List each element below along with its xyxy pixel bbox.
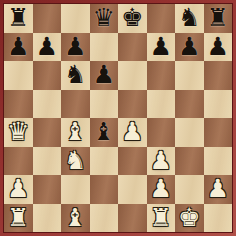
square-c4[interactable]: ♝ — [61, 118, 90, 147]
square-h4[interactable] — [204, 118, 233, 147]
piece-white-rook[interactable]: ♜ — [150, 204, 172, 232]
square-h7[interactable]: ♟ — [204, 33, 233, 62]
square-a5[interactable] — [4, 90, 33, 119]
square-f1[interactable]: ♜ — [147, 204, 176, 233]
square-f4[interactable] — [147, 118, 176, 147]
square-h1[interactable] — [204, 204, 233, 233]
piece-black-pawn[interactable]: ♟ — [207, 33, 229, 61]
square-d2[interactable] — [90, 175, 119, 204]
square-c3[interactable]: ♞ — [61, 147, 90, 176]
piece-white-pawn[interactable]: ♟ — [121, 118, 143, 146]
piece-black-pawn[interactable]: ♟ — [64, 33, 86, 61]
square-a4[interactable]: ♛ — [4, 118, 33, 147]
square-g4[interactable] — [175, 118, 204, 147]
square-b7[interactable]: ♟ — [33, 33, 62, 62]
piece-white-knight[interactable]: ♞ — [64, 147, 86, 175]
square-g7[interactable]: ♟ — [175, 33, 204, 62]
piece-black-queen[interactable]: ♛ — [93, 4, 115, 32]
square-g5[interactable] — [175, 90, 204, 119]
square-a8[interactable]: ♜ — [4, 4, 33, 33]
piece-white-rook[interactable]: ♜ — [7, 204, 29, 232]
square-f6[interactable] — [147, 61, 176, 90]
square-a2[interactable]: ♟ — [4, 175, 33, 204]
square-d3[interactable] — [90, 147, 119, 176]
piece-white-pawn[interactable]: ♟ — [207, 175, 229, 203]
square-c1[interactable]: ♝ — [61, 204, 90, 233]
square-a3[interactable] — [4, 147, 33, 176]
square-h3[interactable] — [204, 147, 233, 176]
piece-black-bishop[interactable]: ♝ — [93, 118, 115, 146]
square-f5[interactable] — [147, 90, 176, 119]
chess-board: ♜♛♚♞♜♟♟♟♟♟♟♞♟♛♝♝♟♞♟♟♟♟♜♝♜♚ — [4, 4, 232, 232]
square-b8[interactable] — [33, 4, 62, 33]
piece-black-knight[interactable]: ♞ — [64, 61, 86, 89]
square-g3[interactable] — [175, 147, 204, 176]
square-e3[interactable] — [118, 147, 147, 176]
square-g2[interactable] — [175, 175, 204, 204]
square-e6[interactable] — [118, 61, 147, 90]
piece-black-rook[interactable]: ♜ — [207, 4, 229, 32]
square-g8[interactable]: ♞ — [175, 4, 204, 33]
piece-black-pawn[interactable]: ♟ — [7, 33, 29, 61]
square-d7[interactable] — [90, 33, 119, 62]
square-f7[interactable]: ♟ — [147, 33, 176, 62]
square-d5[interactable] — [90, 90, 119, 119]
square-e1[interactable] — [118, 204, 147, 233]
square-e7[interactable] — [118, 33, 147, 62]
square-e4[interactable]: ♟ — [118, 118, 147, 147]
piece-black-knight[interactable]: ♞ — [178, 4, 200, 32]
square-b1[interactable] — [33, 204, 62, 233]
square-b3[interactable] — [33, 147, 62, 176]
square-c5[interactable] — [61, 90, 90, 119]
piece-white-pawn[interactable]: ♟ — [7, 175, 29, 203]
square-f8[interactable] — [147, 4, 176, 33]
square-c7[interactable]: ♟ — [61, 33, 90, 62]
square-d6[interactable]: ♟ — [90, 61, 119, 90]
square-c2[interactable] — [61, 175, 90, 204]
piece-white-queen[interactable]: ♛ — [7, 118, 29, 146]
square-c8[interactable] — [61, 4, 90, 33]
square-d8[interactable]: ♛ — [90, 4, 119, 33]
square-h8[interactable]: ♜ — [204, 4, 233, 33]
square-d4[interactable]: ♝ — [90, 118, 119, 147]
square-b4[interactable] — [33, 118, 62, 147]
square-e5[interactable] — [118, 90, 147, 119]
piece-black-pawn[interactable]: ♟ — [93, 61, 115, 89]
board-frame: ♜♛♚♞♜♟♟♟♟♟♟♞♟♛♝♝♟♞♟♟♟♟♜♝♜♚ — [0, 0, 236, 236]
piece-black-pawn[interactable]: ♟ — [178, 33, 200, 61]
piece-black-king[interactable]: ♚ — [121, 4, 143, 32]
square-g6[interactable] — [175, 61, 204, 90]
square-f3[interactable]: ♟ — [147, 147, 176, 176]
square-a6[interactable] — [4, 61, 33, 90]
square-h2[interactable]: ♟ — [204, 175, 233, 204]
square-b5[interactable] — [33, 90, 62, 119]
piece-white-pawn[interactable]: ♟ — [150, 147, 172, 175]
square-b6[interactable] — [33, 61, 62, 90]
square-h6[interactable] — [204, 61, 233, 90]
piece-white-pawn[interactable]: ♟ — [150, 175, 172, 203]
square-h5[interactable] — [204, 90, 233, 119]
square-a1[interactable]: ♜ — [4, 204, 33, 233]
piece-black-pawn[interactable]: ♟ — [150, 33, 172, 61]
square-b2[interactable] — [33, 175, 62, 204]
piece-white-bishop[interactable]: ♝ — [64, 118, 86, 146]
square-a7[interactable]: ♟ — [4, 33, 33, 62]
piece-black-pawn[interactable]: ♟ — [36, 33, 58, 61]
piece-black-rook[interactable]: ♜ — [7, 4, 29, 32]
piece-white-king[interactable]: ♚ — [178, 204, 200, 232]
square-e8[interactable]: ♚ — [118, 4, 147, 33]
square-d1[interactable] — [90, 204, 119, 233]
square-g1[interactable]: ♚ — [175, 204, 204, 233]
square-f2[interactable]: ♟ — [147, 175, 176, 204]
square-e2[interactable] — [118, 175, 147, 204]
square-c6[interactable]: ♞ — [61, 61, 90, 90]
piece-white-bishop[interactable]: ♝ — [64, 204, 86, 232]
